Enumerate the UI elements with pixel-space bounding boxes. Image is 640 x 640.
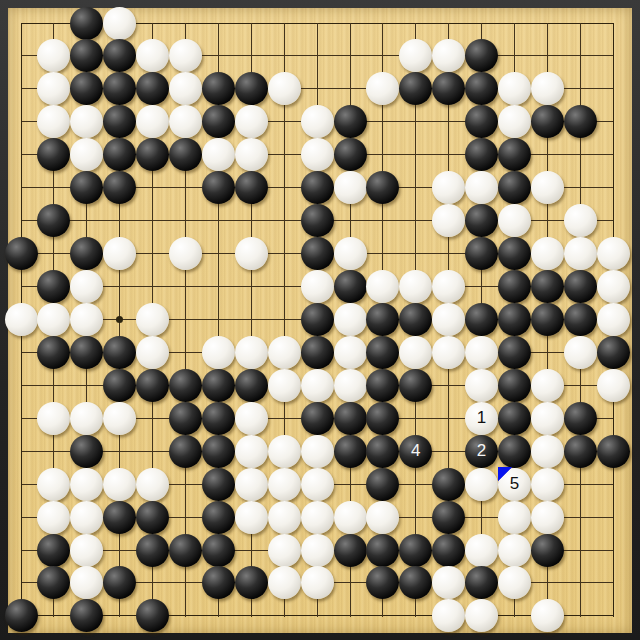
black-stone[interactable] [531,303,564,336]
black-stone[interactable] [366,171,399,204]
white-stone[interactable] [498,534,531,567]
white-stone[interactable] [432,336,465,369]
white-stone[interactable] [531,501,564,534]
black-stone[interactable] [235,171,268,204]
white-stone[interactable] [465,171,498,204]
white-stone[interactable] [136,303,169,336]
white-stone[interactable] [70,138,103,171]
white-stone[interactable] [235,402,268,435]
white-stone[interactable] [498,204,531,237]
white-stone[interactable] [564,204,597,237]
white-stone[interactable] [399,270,432,303]
black-stone[interactable] [103,501,136,534]
white-stone[interactable] [334,336,367,369]
white-stone[interactable] [432,566,465,599]
white-stone[interactable] [136,468,169,501]
black-stone[interactable] [169,138,202,171]
white-stone[interactable] [268,336,301,369]
black-stone[interactable] [169,534,202,567]
black-stone[interactable] [202,534,235,567]
white-stone[interactable] [202,336,235,369]
white-stone[interactable] [465,468,498,501]
white-stone[interactable] [432,270,465,303]
white-stone[interactable] [531,237,564,270]
black-stone[interactable] [334,435,367,468]
hoshi-point [116,316,123,323]
white-stone[interactable] [235,501,268,534]
black-stone[interactable] [103,369,136,402]
black-stone[interactable] [564,402,597,435]
white-stone[interactable] [37,303,70,336]
white-stone[interactable] [37,501,70,534]
black-stone[interactable] [465,303,498,336]
black-stone[interactable] [70,435,103,468]
black-stone[interactable] [169,369,202,402]
black-stone[interactable] [70,171,103,204]
white-stone[interactable] [37,105,70,138]
black-stone[interactable] [334,402,367,435]
white-stone[interactable] [334,369,367,402]
white-stone[interactable] [103,468,136,501]
white-stone[interactable] [268,566,301,599]
white-stone[interactable] [103,237,136,270]
grid-hline [21,615,614,616]
white-stone[interactable] [301,534,334,567]
black-stone[interactable] [103,171,136,204]
black-stone[interactable] [136,369,169,402]
white-stone[interactable] [432,39,465,72]
white-stone[interactable] [235,468,268,501]
black-stone[interactable] [432,501,465,534]
white-stone[interactable] [235,138,268,171]
go-board[interactable]: 1245 [8,8,632,633]
white-stone[interactable] [70,566,103,599]
white-stone[interactable] [465,402,498,435]
white-stone[interactable] [531,72,564,105]
white-stone[interactable] [301,501,334,534]
black-stone[interactable] [399,534,432,567]
white-stone[interactable] [301,468,334,501]
white-stone[interactable] [597,270,630,303]
white-stone[interactable] [5,303,38,336]
screenshot-root: 1245 [0,0,640,640]
black-stone[interactable] [136,138,169,171]
last-move-triangle-marker [498,467,512,481]
black-stone[interactable] [136,501,169,534]
black-stone[interactable] [334,105,367,138]
black-stone[interactable] [103,39,136,72]
white-stone[interactable] [498,105,531,138]
black-stone[interactable] [301,303,334,336]
black-stone[interactable] [366,369,399,402]
black-stone[interactable] [103,566,136,599]
white-stone[interactable] [334,303,367,336]
white-stone[interactable] [70,402,103,435]
black-stone[interactable] [531,105,564,138]
black-stone[interactable] [465,204,498,237]
white-stone[interactable] [268,72,301,105]
black-stone[interactable] [334,534,367,567]
black-stone[interactable] [498,369,531,402]
black-stone[interactable] [136,72,169,105]
black-stone[interactable] [366,303,399,336]
black-stone[interactable] [498,336,531,369]
black-stone[interactable] [301,204,334,237]
white-stone[interactable] [70,270,103,303]
black-stone[interactable] [498,171,531,204]
white-stone[interactable] [169,105,202,138]
black-stone[interactable] [564,270,597,303]
white-stone[interactable] [399,336,432,369]
black-stone[interactable] [202,501,235,534]
white-stone[interactable] [136,105,169,138]
white-stone[interactable] [597,303,630,336]
black-stone[interactable] [564,105,597,138]
white-stone[interactable] [136,39,169,72]
black-stone[interactable] [366,336,399,369]
black-stone[interactable] [136,599,169,632]
black-stone[interactable] [597,435,630,468]
black-stone[interactable] [70,599,103,632]
black-stone[interactable] [70,72,103,105]
white-stone[interactable] [268,501,301,534]
white-stone[interactable] [37,402,70,435]
white-stone[interactable] [432,303,465,336]
black-stone[interactable] [498,402,531,435]
black-stone[interactable] [399,369,432,402]
black-stone[interactable] [366,566,399,599]
white-stone[interactable] [465,599,498,632]
black-stone[interactable] [235,566,268,599]
white-stone[interactable] [136,336,169,369]
white-stone[interactable] [301,138,334,171]
white-stone[interactable] [432,171,465,204]
black-stone[interactable] [498,270,531,303]
black-stone[interactable] [301,237,334,270]
black-stone[interactable] [465,566,498,599]
white-stone[interactable] [498,566,531,599]
black-stone[interactable] [432,534,465,567]
black-stone[interactable] [70,39,103,72]
black-stone[interactable] [465,237,498,270]
white-stone[interactable] [531,468,564,501]
black-stone[interactable] [37,204,70,237]
white-stone[interactable] [531,435,564,468]
white-stone[interactable] [301,270,334,303]
black-stone[interactable] [465,435,498,468]
black-stone[interactable] [202,402,235,435]
black-stone[interactable] [103,105,136,138]
black-stone[interactable] [531,534,564,567]
white-stone[interactable] [531,402,564,435]
black-stone[interactable] [202,468,235,501]
black-stone[interactable] [301,402,334,435]
black-stone[interactable] [169,435,202,468]
white-stone[interactable] [301,369,334,402]
black-stone[interactable] [37,138,70,171]
black-stone[interactable] [399,303,432,336]
white-stone[interactable] [531,599,564,632]
white-stone[interactable] [531,369,564,402]
white-stone[interactable] [235,435,268,468]
white-stone[interactable] [597,237,630,270]
black-stone[interactable] [37,534,70,567]
black-stone[interactable] [37,566,70,599]
white-stone[interactable] [432,599,465,632]
black-stone[interactable] [465,39,498,72]
black-stone[interactable] [498,138,531,171]
white-stone[interactable] [202,138,235,171]
white-stone[interactable] [301,435,334,468]
black-stone[interactable] [366,468,399,501]
black-stone[interactable] [465,105,498,138]
black-stone[interactable] [103,138,136,171]
white-stone[interactable] [235,237,268,270]
black-stone[interactable] [37,336,70,369]
white-stone[interactable] [268,534,301,567]
white-stone[interactable] [268,369,301,402]
black-stone[interactable] [235,369,268,402]
white-stone[interactable] [465,369,498,402]
white-stone[interactable] [37,39,70,72]
white-stone[interactable] [531,171,564,204]
white-stone[interactable] [235,336,268,369]
white-stone[interactable] [366,501,399,534]
white-stone[interactable] [70,534,103,567]
black-stone[interactable] [169,402,202,435]
black-stone[interactable] [70,7,103,40]
black-stone[interactable] [531,270,564,303]
white-stone[interactable] [70,105,103,138]
black-stone[interactable] [366,534,399,567]
black-stone[interactable] [301,171,334,204]
black-stone[interactable] [202,171,235,204]
black-stone[interactable] [432,468,465,501]
white-stone[interactable] [334,237,367,270]
white-stone[interactable] [334,171,367,204]
white-stone[interactable] [70,303,103,336]
white-stone[interactable] [564,237,597,270]
black-stone[interactable] [399,72,432,105]
black-stone[interactable] [334,138,367,171]
white-stone[interactable] [465,534,498,567]
white-stone[interactable] [37,72,70,105]
black-stone[interactable] [564,435,597,468]
white-stone[interactable] [169,72,202,105]
black-stone[interactable] [103,72,136,105]
black-stone[interactable] [498,435,531,468]
white-stone[interactable] [103,402,136,435]
black-stone[interactable] [498,303,531,336]
black-stone[interactable] [202,72,235,105]
black-stone[interactable] [432,72,465,105]
black-stone[interactable] [235,72,268,105]
black-stone[interactable] [465,138,498,171]
white-stone[interactable] [70,468,103,501]
white-stone[interactable] [301,105,334,138]
white-stone[interactable] [268,435,301,468]
black-stone[interactable] [334,270,367,303]
black-stone[interactable] [366,435,399,468]
white-stone[interactable] [597,369,630,402]
black-stone[interactable] [399,435,432,468]
black-stone[interactable] [103,336,136,369]
white-stone[interactable] [399,39,432,72]
black-stone[interactable] [136,534,169,567]
black-stone[interactable] [366,402,399,435]
black-stone[interactable] [202,435,235,468]
white-stone[interactable] [235,105,268,138]
black-stone[interactable] [37,270,70,303]
white-stone[interactable] [37,468,70,501]
white-stone[interactable] [301,566,334,599]
black-stone[interactable] [5,237,38,270]
black-stone[interactable] [202,369,235,402]
black-stone[interactable] [564,303,597,336]
white-stone[interactable] [268,468,301,501]
white-stone[interactable] [564,336,597,369]
black-stone[interactable] [70,336,103,369]
white-stone[interactable] [432,204,465,237]
black-stone[interactable] [498,237,531,270]
white-stone[interactable] [465,336,498,369]
black-stone[interactable] [5,599,38,632]
white-stone[interactable] [498,72,531,105]
black-stone[interactable] [465,72,498,105]
white-stone[interactable] [103,7,136,40]
black-stone[interactable] [70,237,103,270]
black-stone[interactable] [597,336,630,369]
white-stone[interactable] [70,501,103,534]
black-stone[interactable] [301,336,334,369]
black-stone[interactable] [399,566,432,599]
white-stone[interactable] [366,270,399,303]
white-stone[interactable] [334,501,367,534]
white-stone[interactable] [169,237,202,270]
white-stone[interactable] [498,501,531,534]
white-stone[interactable] [366,72,399,105]
white-stone[interactable] [169,39,202,72]
black-stone[interactable] [202,566,235,599]
black-stone[interactable] [202,105,235,138]
